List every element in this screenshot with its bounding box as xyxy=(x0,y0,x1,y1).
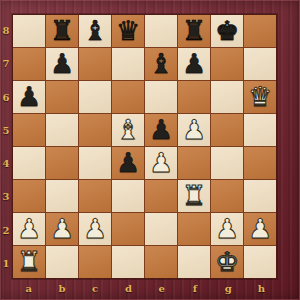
square-f2[interactable] xyxy=(178,213,210,245)
square-f1[interactable] xyxy=(178,246,210,278)
square-b1[interactable] xyxy=(46,246,78,278)
square-f4[interactable] xyxy=(178,147,210,179)
rank-label-4: 4 xyxy=(0,147,12,180)
rank-label-5: 5 xyxy=(0,114,12,147)
square-h1[interactable] xyxy=(244,246,276,278)
white-pawn-g2[interactable]: ♟ xyxy=(215,213,239,245)
square-c8[interactable]: ♝ xyxy=(79,15,111,47)
square-e6[interactable] xyxy=(145,81,177,113)
black-pawn-b7[interactable]: ♟ xyxy=(50,48,74,80)
rank-label-2: 2 xyxy=(0,214,12,247)
file-label-a: a xyxy=(12,279,45,298)
square-g6[interactable] xyxy=(211,81,243,113)
square-g7[interactable] xyxy=(211,48,243,80)
square-h7[interactable] xyxy=(244,48,276,80)
square-b5[interactable] xyxy=(46,114,78,146)
file-labels: abcdefgh xyxy=(12,279,278,298)
chess-board: ♜♝♛♜♚♟♝♟♟♛♝♟♟♟♟♜♟♟♟♟♟♜♚ xyxy=(12,14,277,279)
square-c5[interactable] xyxy=(79,114,111,146)
chess-board-frame: 87654321 ♜♝♛♜♚♟♝♟♟♛♝♟♟♟♟♜♟♟♟♟♟♜♚ abcdefg… xyxy=(0,0,300,300)
black-bishop-e7[interactable]: ♝ xyxy=(149,48,173,80)
black-rook-f8[interactable]: ♜ xyxy=(182,15,206,47)
square-e2[interactable] xyxy=(145,213,177,245)
black-bishop-c8[interactable]: ♝ xyxy=(83,15,107,47)
square-h4[interactable] xyxy=(244,147,276,179)
square-e4[interactable]: ♟ xyxy=(145,147,177,179)
rank-label-8: 8 xyxy=(0,14,12,47)
file-label-f: f xyxy=(178,279,211,298)
square-h3[interactable] xyxy=(244,180,276,212)
square-g8[interactable]: ♚ xyxy=(211,15,243,47)
square-a2[interactable]: ♟ xyxy=(13,213,45,245)
white-pawn-c2[interactable]: ♟ xyxy=(83,213,107,245)
square-c2[interactable]: ♟ xyxy=(79,213,111,245)
square-f7[interactable]: ♟ xyxy=(178,48,210,80)
black-pawn-a6[interactable]: ♟ xyxy=(17,81,41,113)
square-e1[interactable] xyxy=(145,246,177,278)
black-queen-d8[interactable]: ♛ xyxy=(116,15,140,47)
square-b3[interactable] xyxy=(46,180,78,212)
square-a4[interactable] xyxy=(13,147,45,179)
square-d3[interactable] xyxy=(112,180,144,212)
square-a3[interactable] xyxy=(13,180,45,212)
square-c3[interactable] xyxy=(79,180,111,212)
black-rook-b8[interactable]: ♜ xyxy=(50,15,74,47)
rank-label-3: 3 xyxy=(0,180,12,213)
black-pawn-f7[interactable]: ♟ xyxy=(182,48,206,80)
file-label-g: g xyxy=(212,279,245,298)
square-e7[interactable]: ♝ xyxy=(145,48,177,80)
square-g3[interactable] xyxy=(211,180,243,212)
square-c4[interactable] xyxy=(79,147,111,179)
square-f8[interactable]: ♜ xyxy=(178,15,210,47)
file-label-d: d xyxy=(112,279,145,298)
square-f3[interactable]: ♜ xyxy=(178,180,210,212)
square-d8[interactable]: ♛ xyxy=(112,15,144,47)
square-a6[interactable]: ♟ xyxy=(13,81,45,113)
black-pawn-e5[interactable]: ♟ xyxy=(149,114,173,146)
white-rook-a1[interactable]: ♜ xyxy=(17,246,41,278)
black-pawn-d4[interactable]: ♟ xyxy=(116,147,140,179)
square-b7[interactable]: ♟ xyxy=(46,48,78,80)
white-pawn-a2[interactable]: ♟ xyxy=(17,213,41,245)
file-label-c: c xyxy=(79,279,112,298)
square-a7[interactable] xyxy=(13,48,45,80)
square-h5[interactable] xyxy=(244,114,276,146)
file-label-e: e xyxy=(145,279,178,298)
square-d7[interactable] xyxy=(112,48,144,80)
square-c1[interactable] xyxy=(79,246,111,278)
white-pawn-b2[interactable]: ♟ xyxy=(50,213,74,245)
square-e5[interactable]: ♟ xyxy=(145,114,177,146)
rank-label-6: 6 xyxy=(0,81,12,114)
square-h2[interactable]: ♟ xyxy=(244,213,276,245)
square-e8[interactable] xyxy=(145,15,177,47)
square-f5[interactable]: ♟ xyxy=(178,114,210,146)
white-pawn-e4[interactable]: ♟ xyxy=(149,147,173,179)
square-b6[interactable] xyxy=(46,81,78,113)
file-label-h: h xyxy=(245,279,278,298)
square-d5[interactable]: ♝ xyxy=(112,114,144,146)
square-d4[interactable]: ♟ xyxy=(112,147,144,179)
white-king-g1[interactable]: ♚ xyxy=(215,246,239,278)
white-bishop-d5[interactable]: ♝ xyxy=(116,114,140,146)
square-e3[interactable] xyxy=(145,180,177,212)
square-b4[interactable] xyxy=(46,147,78,179)
black-king-g8[interactable]: ♚ xyxy=(215,15,239,47)
square-c7[interactable] xyxy=(79,48,111,80)
square-a8[interactable] xyxy=(13,15,45,47)
square-g5[interactable] xyxy=(211,114,243,146)
rank-labels: 87654321 xyxy=(0,14,12,280)
square-f6[interactable] xyxy=(178,81,210,113)
square-a5[interactable] xyxy=(13,114,45,146)
square-b2[interactable]: ♟ xyxy=(46,213,78,245)
white-rook-f3[interactable]: ♜ xyxy=(182,180,206,212)
file-label-b: b xyxy=(45,279,78,298)
white-pawn-f5[interactable]: ♟ xyxy=(182,114,206,146)
square-c6[interactable] xyxy=(79,81,111,113)
square-g2[interactable]: ♟ xyxy=(211,213,243,245)
square-h8[interactable] xyxy=(244,15,276,47)
square-b8[interactable]: ♜ xyxy=(46,15,78,47)
square-a1[interactable]: ♜ xyxy=(13,246,45,278)
square-d2[interactable] xyxy=(112,213,144,245)
white-pawn-h2[interactable]: ♟ xyxy=(248,213,272,245)
square-g4[interactable] xyxy=(211,147,243,179)
square-d6[interactable] xyxy=(112,81,144,113)
white-queen-h6[interactable]: ♛ xyxy=(248,81,272,113)
square-g1[interactable]: ♚ xyxy=(211,246,243,278)
rank-label-7: 7 xyxy=(0,47,12,80)
square-d1[interactable] xyxy=(112,246,144,278)
rank-label-1: 1 xyxy=(0,247,12,280)
square-h6[interactable]: ♛ xyxy=(244,81,276,113)
